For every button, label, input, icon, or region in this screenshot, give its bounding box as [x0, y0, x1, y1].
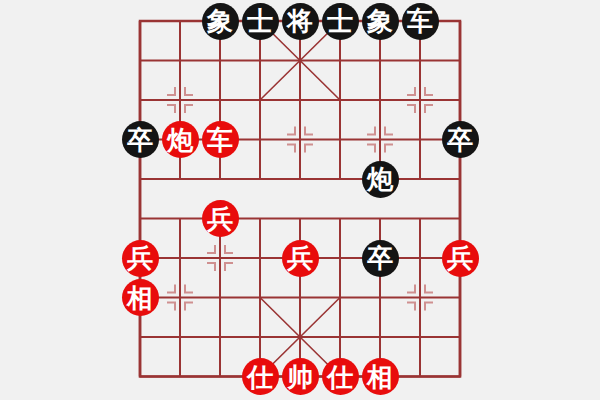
piece-red-advisor[interactable]: 仕	[322, 358, 359, 395]
piece-black-soldier[interactable]: 卒	[122, 121, 159, 158]
piece-red-chariot[interactable]: 车	[202, 121, 239, 158]
piece-red-cannon[interactable]: 炮	[162, 121, 199, 158]
piece-black-chariot[interactable]: 车	[402, 3, 439, 40]
piece-red-soldier[interactable]: 兵	[442, 240, 479, 277]
piece-red-elephant[interactable]: 相	[362, 358, 399, 395]
piece-black-elephant[interactable]: 象	[362, 3, 399, 40]
piece-red-soldier[interactable]: 兵	[202, 200, 239, 237]
piece-red-advisor[interactable]: 仕	[242, 358, 279, 395]
piece-black-cannon[interactable]: 炮	[362, 161, 399, 198]
piece-red-soldier[interactable]: 兵	[282, 240, 319, 277]
piece-black-general[interactable]: 将	[282, 3, 319, 40]
piece-red-soldier[interactable]: 兵	[122, 240, 159, 277]
xiangqi-board-screen: 象士将士象车卒炮车卒炮兵兵兵卒兵相仕帅仕相	[0, 0, 600, 400]
piece-black-elephant[interactable]: 象	[202, 3, 239, 40]
pieces-layer: 象士将士象车卒炮车卒炮兵兵兵卒兵相仕帅仕相	[120, 1, 480, 396]
piece-black-advisor[interactable]: 士	[242, 3, 279, 40]
piece-black-advisor[interactable]: 士	[322, 3, 359, 40]
piece-black-soldier[interactable]: 卒	[362, 240, 399, 277]
piece-red-elephant[interactable]: 相	[122, 279, 159, 316]
piece-black-soldier[interactable]: 卒	[442, 121, 479, 158]
piece-red-general[interactable]: 帅	[282, 358, 319, 395]
